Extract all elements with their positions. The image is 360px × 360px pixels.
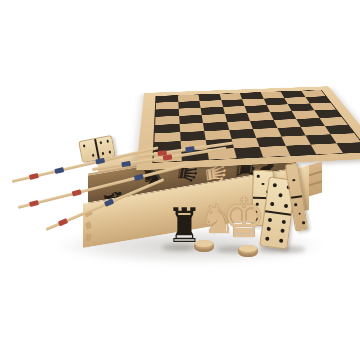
natural-king-piece: ♚: [223, 190, 266, 246]
checker-disc: [238, 245, 258, 257]
board-square: [233, 147, 263, 158]
checker-disc: [194, 240, 214, 252]
games-box-product-photo: ♞ ♝ ♛ ♛ ♟ ♜ ♝ ♟ ♜ ♞ ♚: [0, 0, 360, 360]
chessboard-grid: [152, 90, 360, 163]
